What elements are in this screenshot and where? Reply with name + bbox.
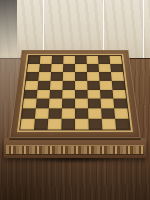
square-d1 xyxy=(61,119,75,130)
square-e5 xyxy=(75,81,87,90)
square-b1 xyxy=(34,119,48,130)
board-grid xyxy=(20,56,130,130)
square-c4 xyxy=(49,89,62,98)
square-b7 xyxy=(39,64,51,72)
photo-empty-chessboard xyxy=(0,0,150,200)
square-d2 xyxy=(62,109,75,119)
square-a4 xyxy=(24,89,38,98)
square-d8 xyxy=(63,56,75,64)
square-g5 xyxy=(99,81,112,90)
square-b2 xyxy=(35,109,49,119)
square-c8 xyxy=(52,56,64,64)
square-a6 xyxy=(26,72,39,81)
square-e4 xyxy=(75,89,88,98)
board-trim xyxy=(17,54,133,132)
square-h4 xyxy=(112,89,126,98)
square-c5 xyxy=(50,81,63,90)
square-d3 xyxy=(62,99,75,109)
square-c1 xyxy=(48,119,62,130)
square-a3 xyxy=(23,99,37,109)
square-f5 xyxy=(87,81,100,90)
square-c3 xyxy=(49,99,62,109)
board-frame xyxy=(9,50,141,140)
square-h5 xyxy=(112,81,125,90)
square-h1 xyxy=(115,119,130,130)
square-b8 xyxy=(40,56,52,64)
square-e8 xyxy=(75,56,87,64)
square-g8 xyxy=(98,56,110,64)
square-g3 xyxy=(101,99,115,109)
square-d4 xyxy=(62,89,75,98)
square-g4 xyxy=(100,89,113,98)
square-a2 xyxy=(22,109,36,119)
square-f8 xyxy=(86,56,98,64)
square-f1 xyxy=(88,119,102,130)
square-h3 xyxy=(113,99,127,109)
square-d5 xyxy=(63,81,75,90)
square-a1 xyxy=(20,119,35,130)
square-g2 xyxy=(101,109,115,119)
square-b5 xyxy=(38,81,51,90)
square-e6 xyxy=(75,72,87,81)
square-a5 xyxy=(25,81,38,90)
square-h7 xyxy=(110,64,123,72)
square-f4 xyxy=(87,89,100,98)
square-h8 xyxy=(109,56,121,64)
wall-corner-shadow xyxy=(0,0,17,54)
square-g1 xyxy=(102,119,116,130)
square-d7 xyxy=(63,64,75,72)
square-c6 xyxy=(51,72,63,81)
square-e7 xyxy=(75,64,87,72)
square-c2 xyxy=(48,109,62,119)
square-e3 xyxy=(75,99,88,109)
chessboard xyxy=(9,50,141,140)
chessboard-base xyxy=(4,138,146,158)
square-e2 xyxy=(75,109,88,119)
square-b3 xyxy=(36,99,50,109)
square-b6 xyxy=(38,72,51,81)
square-a7 xyxy=(27,64,40,72)
carved-trim-band xyxy=(6,145,144,155)
wall-panel-seam xyxy=(143,0,144,60)
square-d6 xyxy=(63,72,75,81)
square-e1 xyxy=(75,119,89,130)
square-h2 xyxy=(114,109,128,119)
square-f3 xyxy=(88,99,101,109)
square-b4 xyxy=(37,89,50,98)
square-f6 xyxy=(87,72,99,81)
square-h6 xyxy=(111,72,124,81)
square-f2 xyxy=(88,109,102,119)
square-g7 xyxy=(98,64,110,72)
square-f7 xyxy=(87,64,99,72)
square-g6 xyxy=(99,72,112,81)
square-a8 xyxy=(28,56,40,64)
square-c7 xyxy=(51,64,63,72)
